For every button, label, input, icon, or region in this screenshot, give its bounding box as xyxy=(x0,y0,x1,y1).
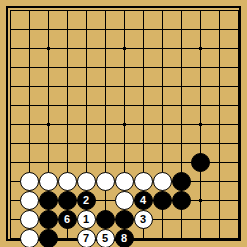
go-diagram: 24613758 xyxy=(0,0,247,247)
star-point xyxy=(199,47,202,50)
black-stone xyxy=(191,153,210,172)
white-stone xyxy=(115,191,134,210)
white-stone: 1 xyxy=(77,210,96,229)
grid-line-vertical xyxy=(219,10,220,239)
white-stone xyxy=(20,210,39,229)
white-stone xyxy=(115,172,134,191)
black-stone xyxy=(153,191,172,210)
black-stone xyxy=(115,210,134,229)
star-point xyxy=(123,47,126,50)
black-stone xyxy=(172,191,191,210)
star-point xyxy=(199,199,202,202)
white-stone xyxy=(77,172,96,191)
star-point xyxy=(199,123,202,126)
white-stone: 7 xyxy=(77,229,96,247)
black-stone: 2 xyxy=(77,191,96,210)
black-stone: 8 xyxy=(115,229,134,247)
white-stone: 3 xyxy=(134,210,153,229)
black-stone xyxy=(39,229,58,247)
star-point xyxy=(47,47,50,50)
move-number: 4 xyxy=(140,195,146,206)
black-stone xyxy=(39,191,58,210)
white-stone xyxy=(20,191,39,210)
white-stone xyxy=(20,229,39,247)
star-point xyxy=(47,123,50,126)
star-point xyxy=(123,123,126,126)
move-number: 3 xyxy=(140,214,146,225)
black-stone xyxy=(39,210,58,229)
move-number: 2 xyxy=(83,195,89,206)
black-stone xyxy=(172,172,191,191)
move-number: 5 xyxy=(102,233,108,244)
white-stone xyxy=(39,172,58,191)
black-stone: 6 xyxy=(58,210,77,229)
black-stone xyxy=(96,210,115,229)
grid-line-vertical xyxy=(238,10,239,239)
white-stone xyxy=(20,172,39,191)
white-stone xyxy=(58,172,77,191)
move-number: 6 xyxy=(64,214,70,225)
move-number: 7 xyxy=(83,233,89,244)
white-stone xyxy=(153,172,172,191)
white-stone xyxy=(96,172,115,191)
grid-line-horizontal xyxy=(10,143,239,144)
move-number: 8 xyxy=(121,233,127,244)
white-stone xyxy=(134,172,153,191)
move-number: 1 xyxy=(83,214,89,225)
black-stone xyxy=(58,191,77,210)
white-stone: 5 xyxy=(96,229,115,247)
black-stone: 4 xyxy=(134,191,153,210)
